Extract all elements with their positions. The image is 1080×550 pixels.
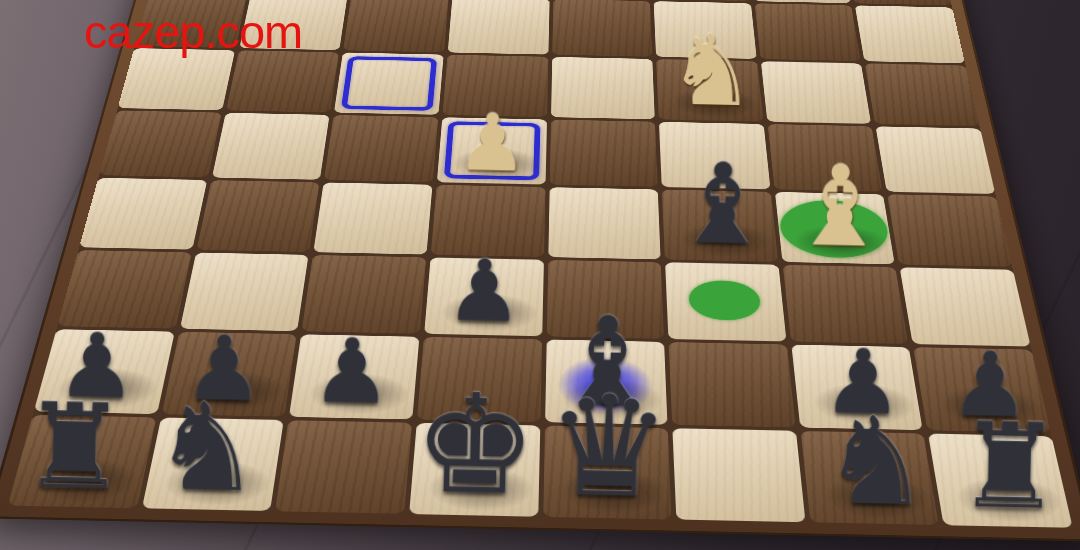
square-b8[interactable]: ♞ [800,431,939,525]
white-pawn[interactable]: ♟ [456,103,528,183]
square-a2[interactable] [855,5,965,63]
square-e8[interactable]: ♚ [409,423,540,517]
black-pawn[interactable]: ♟ [445,248,523,335]
black-pawn[interactable]: ♟ [311,327,393,418]
square-e6[interactable]: ♟ [424,258,543,337]
square-h5[interactable] [79,177,207,249]
square-e4[interactable]: ♟ [437,117,547,184]
square-g3[interactable] [226,50,339,112]
square-c6[interactable] [665,262,786,341]
square-d8[interactable]: ♛ [543,426,672,520]
square-b3[interactable] [761,61,872,123]
black-rook[interactable]: ♜ [20,387,127,506]
square-g4[interactable] [212,113,330,180]
square-a8[interactable]: ♜ [928,434,1072,528]
move-target-dot [688,280,762,321]
board-squares: ♞♟♝♝♟♟♟♟♝♟♟♜♞♚♛♞♜ [8,0,1073,528]
square-f2[interactable] [343,0,448,52]
square-c3[interactable]: ♞ [656,59,763,121]
square-h4[interactable] [99,110,221,177]
square-a3[interactable] [865,64,980,127]
square-b2[interactable] [754,3,860,61]
square-g5[interactable] [196,180,319,252]
black-king[interactable]: ♚ [412,376,538,516]
watermark: cazep.com [84,4,302,59]
last-move-from-highlight [341,56,437,110]
square-c7[interactable] [669,342,796,428]
square-d4[interactable] [549,119,657,186]
square-d5[interactable] [548,187,661,260]
square-c5[interactable]: ♝ [662,189,778,262]
square-a4[interactable] [876,126,995,193]
square-g8[interactable]: ♞ [142,418,284,511]
square-f5[interactable] [314,182,433,254]
square-f7[interactable]: ♟ [289,334,419,419]
game-screen: ♞♟♝♝♟♟♟♟♝♟♟♜♞♚♛♞♜ cazep.com [0,0,1080,550]
chess-board: ♞♟♝♝♟♟♟♟♝♟♟♜♞♚♛♞♜ [0,0,1080,542]
black-knight[interactable]: ♞ [152,386,263,509]
square-d2[interactable] [552,0,652,57]
black-rook[interactable]: ♜ [956,407,1063,526]
square-f3[interactable] [334,53,443,115]
square-b5[interactable]: ♝ [775,192,895,265]
square-c8[interactable] [673,428,806,522]
square-a5[interactable] [887,194,1012,267]
square-f8[interactable] [275,420,412,513]
black-knight[interactable]: ♞ [820,400,931,523]
black-bishop[interactable]: ♝ [671,147,773,260]
square-h8[interactable]: ♜ [8,415,156,508]
black-queen[interactable]: ♛ [545,376,673,518]
square-e2[interactable] [448,0,550,55]
white-knight[interactable]: ♞ [667,21,757,121]
square-f4[interactable] [324,115,438,182]
square-d3[interactable] [551,57,655,119]
white-bishop[interactable]: ♝ [789,150,891,263]
